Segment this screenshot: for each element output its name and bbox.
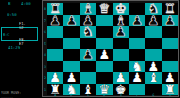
black-pawn-e6: ♟	[113, 26, 129, 38]
square-e4[interactable]	[113, 49, 129, 61]
square-f2[interactable]: ♟	[129, 72, 145, 84]
square-a2[interactable]: ♟	[47, 72, 63, 84]
file-label-d: D	[100, 94, 109, 96]
square-e6[interactable]: ♟	[113, 26, 129, 38]
square-d6[interactable]	[96, 26, 112, 38]
square-a8[interactable]: ♜	[47, 3, 63, 15]
square-b5[interactable]	[63, 38, 79, 50]
elapsed-time: 41:29	[8, 45, 20, 50]
chess-board: 87654321 ♜♝♛♚♞♜♟♟♟♝♟♟♟♞♟♟♟♞♟♟♟♟♟♝♟♜♞♝♛♚♜…	[42, 0, 179, 97]
white-pawn-f2: ♟	[129, 72, 145, 84]
square-g8[interactable]: ♞	[145, 3, 161, 15]
square-b8[interactable]	[63, 3, 79, 15]
square-b6[interactable]	[63, 26, 79, 38]
square-b2[interactable]: ♟	[63, 72, 79, 84]
white-pawn-e2: ♟	[113, 72, 129, 84]
square-h8[interactable]: ♜	[162, 3, 178, 15]
square-a3[interactable]	[47, 61, 63, 73]
rank-label-5: 5	[44, 40, 46, 46]
move-line-white: F1-G2	[19, 22, 26, 29]
main-clock: 4:00	[21, 1, 31, 6]
square-g3[interactable]: ♟	[145, 61, 161, 73]
black-rook-h8: ♜	[162, 3, 178, 15]
square-b4[interactable]	[63, 49, 79, 61]
rank-label-4: 4	[44, 52, 46, 58]
square-e5[interactable]	[113, 38, 129, 50]
square-e2[interactable]: ♟	[113, 72, 129, 84]
black-knight-c6: ♞	[80, 26, 96, 38]
side-to-move-label: B	[8, 1, 10, 6]
file-label-b: B	[67, 94, 76, 96]
square-g4[interactable]	[145, 49, 161, 61]
square-d5[interactable]	[96, 38, 112, 50]
square-h6[interactable]	[162, 26, 178, 38]
square-f3[interactable]: ♞	[129, 61, 145, 73]
square-d7[interactable]	[96, 15, 112, 27]
square-d4[interactable]: ♟	[96, 49, 112, 61]
file-label-h: H	[165, 94, 174, 96]
black-bishop-c8: ♝	[80, 3, 96, 15]
white-pawn-d4: ♟	[96, 49, 112, 61]
black-knight-g8: ♞	[145, 3, 161, 15]
file-label-a: A	[51, 94, 60, 96]
square-b7[interactable]: ♟	[63, 15, 79, 27]
status-line-2: ......	[1, 95, 21, 96]
white-knight-f3: ♞	[129, 61, 145, 73]
white-bishop-g2: ♝	[145, 72, 161, 84]
square-h4[interactable]	[162, 49, 178, 61]
black-pawn-c7: ♟	[80, 15, 96, 27]
square-a4[interactable]	[47, 49, 63, 61]
file-label-e: E	[116, 94, 125, 96]
square-c2[interactable]	[80, 72, 96, 84]
white-pawn-b2: ♟	[63, 72, 79, 84]
black-bishop-e7: ♝	[113, 15, 129, 27]
square-e7[interactable]: ♝	[113, 15, 129, 27]
square-a6[interactable]	[47, 26, 63, 38]
file-label-f: F	[133, 94, 142, 96]
square-a7[interactable]: ♟	[47, 15, 63, 27]
black-pawn-a7: ♟	[47, 15, 63, 27]
secondary-clock: 0:50	[7, 12, 17, 17]
square-h2[interactable]: ♟	[162, 72, 178, 84]
board-squares: ♜♝♛♚♞♜♟♟♟♝♟♟♟♞♟♟♟♞♟♟♟♟♟♝♟♜♞♝♛♚♜	[47, 3, 178, 95]
chess-app-screen: B 4:00 0:50 B:C F1-G2 F8-E7 41:29 YOUR M…	[0, 0, 180, 98]
square-h7[interactable]: ♟	[162, 15, 178, 27]
square-f7[interactable]: ♟	[129, 15, 145, 27]
rank-label-2: 2	[44, 75, 46, 81]
square-d8[interactable]: ♛	[96, 3, 112, 15]
square-f8[interactable]	[129, 3, 145, 15]
file-labels: ABCDEFGH	[47, 94, 178, 98]
square-a5[interactable]	[47, 38, 63, 50]
square-f4[interactable]	[129, 49, 145, 61]
square-f5[interactable]	[129, 38, 145, 50]
black-rook-a8: ♜	[47, 3, 63, 15]
move-line-black: F8-E7	[19, 38, 26, 45]
white-pawn-a2: ♟	[47, 72, 63, 84]
square-g6[interactable]	[145, 26, 161, 38]
file-label-g: G	[149, 94, 158, 96]
square-b3[interactable]	[63, 61, 79, 73]
black-pawn-c4: ♟	[80, 49, 96, 61]
square-c3[interactable]	[80, 61, 96, 73]
black-pawn-h7: ♟	[162, 15, 178, 27]
square-g2[interactable]: ♝	[145, 72, 161, 84]
black-pawn-g7: ♟	[145, 15, 161, 27]
square-c6[interactable]: ♞	[80, 26, 96, 38]
square-c7[interactable]: ♟	[80, 15, 96, 27]
black-pawn-b7: ♟	[63, 15, 79, 27]
square-f6[interactable]	[129, 26, 145, 38]
move-box-label: B:C	[3, 32, 10, 36]
last-move-box: B:C F1-G2 F8-E7	[1, 27, 38, 41]
rank-label-7: 7	[44, 17, 46, 23]
black-king-e8: ♚	[113, 3, 129, 15]
rank-label-3: 3	[44, 63, 46, 69]
square-c4[interactable]: ♟	[80, 49, 96, 61]
square-g5[interactable]	[145, 38, 161, 50]
square-h3[interactable]	[162, 61, 178, 73]
square-h5[interactable]	[162, 38, 178, 50]
black-pawn-f7: ♟	[129, 15, 145, 27]
white-pawn-h2: ♟	[162, 72, 178, 84]
square-g7[interactable]: ♟	[145, 15, 161, 27]
square-e3[interactable]	[113, 61, 129, 73]
file-label-c: C	[83, 94, 92, 96]
black-queen-d8: ♛	[96, 3, 112, 15]
square-c5[interactable]	[80, 38, 96, 50]
rank-label-8: 8	[44, 6, 46, 12]
rank-label-1: 1	[44, 86, 46, 92]
square-d3[interactable]	[96, 61, 112, 73]
square-e8[interactable]: ♚	[113, 3, 129, 15]
square-d2[interactable]	[96, 72, 112, 84]
white-pawn-g3: ♟	[145, 61, 161, 73]
rank-label-6: 6	[44, 29, 46, 35]
status-line-1: YOUR MOVE:	[1, 91, 21, 92]
square-c8[interactable]: ♝	[80, 3, 96, 15]
